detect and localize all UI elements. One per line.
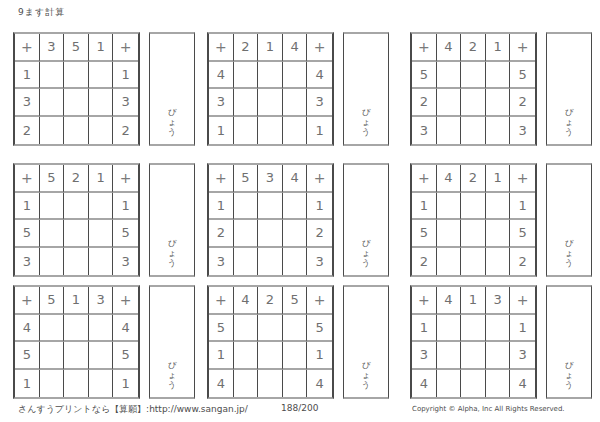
- answer-cell[interactable]: [461, 193, 486, 221]
- answer-cell[interactable]: [437, 89, 462, 117]
- operator-cell: +: [113, 287, 138, 315]
- left-addend-cell: 4: [412, 370, 437, 398]
- time-record-box[interactable]: びょう: [546, 32, 592, 146]
- drill-block-9: +413+113344びょう: [410, 285, 592, 399]
- answer-cell[interactable]: [258, 342, 283, 370]
- answer-cell[interactable]: [64, 62, 89, 90]
- top-addend-cell: 1: [486, 34, 511, 62]
- time-record-box[interactable]: びょう: [343, 285, 389, 399]
- timer-label-char: び: [362, 238, 371, 248]
- timer-label-char: ょ: [168, 370, 177, 380]
- timer-label-char: う: [168, 127, 177, 137]
- timer-label-char: ょ: [565, 370, 574, 380]
- time-record-box[interactable]: びょう: [149, 285, 195, 399]
- top-addend-cell: 3: [258, 165, 283, 193]
- left-addend-cell: 3: [15, 89, 40, 117]
- answer-cell[interactable]: [234, 62, 259, 90]
- drill-grid: +534+112233: [207, 163, 334, 277]
- answer-cell[interactable]: [40, 342, 65, 370]
- answer-cell[interactable]: [283, 89, 308, 117]
- top-addend-cell: 1: [461, 287, 486, 315]
- answer-cell[interactable]: [283, 220, 308, 248]
- left-addend-cell: 5: [15, 342, 40, 370]
- operator-cell: +: [307, 287, 332, 315]
- answer-cell[interactable]: [64, 89, 89, 117]
- answer-cell[interactable]: [461, 315, 486, 343]
- operator-cell: +: [510, 287, 535, 315]
- left-addend-cell: 2: [412, 89, 437, 117]
- left-addend-cell: 2: [209, 220, 234, 248]
- right-addend-cell: 4: [113, 315, 138, 343]
- drill-grid: +351+113322: [13, 32, 140, 146]
- answer-cell[interactable]: [283, 248, 308, 276]
- top-addend-cell: 4: [234, 287, 259, 315]
- answer-cell[interactable]: [40, 315, 65, 343]
- drill-block-1: +351+113322びょう: [13, 32, 195, 146]
- drill-grid: +521+115533: [13, 163, 140, 277]
- answer-cell[interactable]: [64, 370, 89, 398]
- answer-cell[interactable]: [486, 117, 511, 145]
- right-addend-cell: 5: [510, 220, 535, 248]
- drill-grid: +513+445511: [13, 285, 140, 399]
- answer-cell[interactable]: [486, 89, 511, 117]
- answer-cell[interactable]: [234, 370, 259, 398]
- left-addend-cell: 5: [412, 62, 437, 90]
- timer-label-char: う: [362, 258, 371, 268]
- right-addend-cell: 5: [510, 62, 535, 90]
- time-record-box[interactable]: びょう: [149, 32, 195, 146]
- operator-cell: +: [15, 34, 40, 62]
- answer-cell[interactable]: [89, 370, 114, 398]
- left-addend-cell: 1: [209, 117, 234, 145]
- operator-cell: +: [113, 165, 138, 193]
- time-record-box[interactable]: びょう: [546, 285, 592, 399]
- time-record-box[interactable]: びょう: [546, 163, 592, 277]
- right-addend-cell: 2: [113, 117, 138, 145]
- operator-cell: +: [15, 287, 40, 315]
- answer-cell[interactable]: [486, 62, 511, 90]
- answer-cell[interactable]: [283, 370, 308, 398]
- footer-page-number: 188/200: [281, 403, 318, 413]
- top-addend-cell: 2: [461, 165, 486, 193]
- answer-cell[interactable]: [283, 342, 308, 370]
- answer-cell[interactable]: [89, 248, 114, 276]
- answer-cell[interactable]: [89, 220, 114, 248]
- top-addend-cell: 2: [64, 165, 89, 193]
- answer-cell[interactable]: [461, 248, 486, 276]
- right-addend-cell: 5: [307, 315, 332, 343]
- answer-cell[interactable]: [283, 193, 308, 221]
- answer-cell[interactable]: [234, 117, 259, 145]
- operator-cell: +: [307, 34, 332, 62]
- footer-copyright: Copyright © Alpha, Inc All Rights Reserv…: [412, 405, 565, 413]
- answer-cell[interactable]: [486, 370, 511, 398]
- drill-grid: +214+443311: [207, 32, 334, 146]
- top-addend-cell: 5: [40, 287, 65, 315]
- answer-cell[interactable]: [89, 315, 114, 343]
- answer-cell[interactable]: [40, 220, 65, 248]
- left-addend-cell: 5: [15, 220, 40, 248]
- answer-cell[interactable]: [40, 370, 65, 398]
- timer-label-char: び: [168, 360, 177, 370]
- answer-cell[interactable]: [40, 248, 65, 276]
- operator-cell: +: [412, 34, 437, 62]
- timer-label-char: ょ: [362, 248, 371, 258]
- answer-cell[interactable]: [64, 220, 89, 248]
- top-addend-cell: 4: [283, 34, 308, 62]
- answer-cell[interactable]: [461, 370, 486, 398]
- timer-label-char: う: [565, 380, 574, 390]
- drill-block-8: +425+551144びょう: [207, 285, 389, 399]
- answer-cell[interactable]: [89, 62, 114, 90]
- drill-block-5: +534+112233びょう: [207, 163, 389, 277]
- top-addend-cell: 1: [258, 34, 283, 62]
- top-addend-cell: 4: [283, 165, 308, 193]
- right-addend-cell: 4: [307, 62, 332, 90]
- answer-cell[interactable]: [258, 248, 283, 276]
- right-addend-cell: 1: [307, 342, 332, 370]
- timer-label-char: び: [565, 360, 574, 370]
- right-addend-cell: 2: [510, 248, 535, 276]
- timer-label-char: う: [362, 127, 371, 137]
- right-addend-cell: 3: [113, 248, 138, 276]
- answer-cell[interactable]: [89, 89, 114, 117]
- answer-cell[interactable]: [461, 89, 486, 117]
- timer-label-char: ょ: [362, 370, 371, 380]
- right-addend-cell: 2: [307, 220, 332, 248]
- drill-block-6: +421+115522びょう: [410, 163, 592, 277]
- operator-cell: +: [307, 165, 332, 193]
- answer-cell[interactable]: [486, 220, 511, 248]
- right-addend-cell: 3: [307, 248, 332, 276]
- right-addend-cell: 5: [113, 220, 138, 248]
- left-addend-cell: 4: [209, 62, 234, 90]
- timer-label-char: び: [362, 107, 371, 117]
- left-addend-cell: 1: [412, 315, 437, 343]
- answer-cell[interactable]: [89, 342, 114, 370]
- left-addend-cell: 4: [15, 315, 40, 343]
- right-addend-cell: 1: [510, 193, 535, 221]
- answer-cell[interactable]: [64, 342, 89, 370]
- left-addend-cell: 1: [209, 193, 234, 221]
- left-addend-cell: 1: [15, 193, 40, 221]
- timer-label-char: ょ: [168, 117, 177, 127]
- top-addend-cell: 5: [40, 165, 65, 193]
- answer-cell[interactable]: [437, 62, 462, 90]
- drill-grid: +425+551144: [207, 285, 334, 399]
- right-addend-cell: 5: [113, 342, 138, 370]
- operator-cell: +: [412, 287, 437, 315]
- answer-cell[interactable]: [64, 117, 89, 145]
- left-addend-cell: 5: [209, 315, 234, 343]
- answer-cell[interactable]: [437, 220, 462, 248]
- answer-cell[interactable]: [437, 248, 462, 276]
- right-addend-cell: 3: [510, 117, 535, 145]
- left-addend-cell: 1: [15, 62, 40, 90]
- answer-cell[interactable]: [40, 117, 65, 145]
- right-addend-cell: 1: [113, 370, 138, 398]
- left-addend-cell: 4: [209, 370, 234, 398]
- top-addend-cell: 4: [437, 165, 462, 193]
- answer-cell[interactable]: [461, 342, 486, 370]
- time-record-box[interactable]: びょう: [149, 163, 195, 277]
- drill-block-2: +214+443311びょう: [207, 32, 389, 146]
- left-addend-cell: 1: [412, 193, 437, 221]
- drill-grid: +421+115522: [410, 163, 537, 277]
- top-addend-cell: 1: [486, 165, 511, 193]
- answer-cell[interactable]: [64, 315, 89, 343]
- answer-cell[interactable]: [486, 342, 511, 370]
- blocks-area: +351+113322びょう+214+443311びょう+421+552233び…: [0, 0, 600, 422]
- operator-cell: +: [15, 165, 40, 193]
- footer-source-link[interactable]: さんすうプリントなら【算願】:http://www.sangan.jp/: [18, 403, 248, 416]
- right-addend-cell: 1: [307, 117, 332, 145]
- top-addend-cell: 5: [283, 287, 308, 315]
- drill-block-7: +513+445511びょう: [13, 285, 195, 399]
- time-record-box[interactable]: びょう: [343, 32, 389, 146]
- operator-cell: +: [209, 287, 234, 315]
- drill-block-3: +421+552233びょう: [410, 32, 592, 146]
- answer-cell[interactable]: [234, 248, 259, 276]
- top-addend-cell: 5: [234, 165, 259, 193]
- right-addend-cell: 1: [113, 62, 138, 90]
- top-addend-cell: 1: [64, 287, 89, 315]
- right-addend-cell: 1: [510, 315, 535, 343]
- answer-cell[interactable]: [437, 342, 462, 370]
- answer-cell[interactable]: [258, 62, 283, 90]
- top-addend-cell: 1: [89, 34, 114, 62]
- timer-label-char: う: [168, 258, 177, 268]
- top-addend-cell: 4: [437, 287, 462, 315]
- top-addend-cell: 2: [258, 287, 283, 315]
- operator-cell: +: [412, 165, 437, 193]
- timer-label-char: う: [362, 380, 371, 390]
- left-addend-cell: 3: [15, 248, 40, 276]
- top-addend-cell: 3: [89, 287, 114, 315]
- right-addend-cell: 3: [113, 89, 138, 117]
- worksheet-page: 9ます計算 +351+113322びょう+214+443311びょう+421+5…: [0, 0, 600, 422]
- answer-cell[interactable]: [40, 193, 65, 221]
- operator-cell: +: [510, 34, 535, 62]
- answer-cell[interactable]: [234, 315, 259, 343]
- operator-cell: +: [510, 165, 535, 193]
- drill-grid: +421+552233: [410, 32, 537, 146]
- answer-cell[interactable]: [461, 62, 486, 90]
- right-addend-cell: 4: [510, 370, 535, 398]
- answer-cell[interactable]: [64, 193, 89, 221]
- answer-cell[interactable]: [437, 370, 462, 398]
- top-addend-cell: 2: [234, 34, 259, 62]
- operator-cell: +: [209, 165, 234, 193]
- top-addend-cell: 3: [40, 34, 65, 62]
- timer-label-char: ょ: [168, 248, 177, 258]
- left-addend-cell: 2: [15, 117, 40, 145]
- answer-cell[interactable]: [40, 89, 65, 117]
- right-addend-cell: 3: [510, 342, 535, 370]
- timer-label-char: う: [565, 127, 574, 137]
- right-addend-cell: 3: [307, 89, 332, 117]
- timer-label-char: び: [168, 107, 177, 117]
- top-addend-cell: 4: [437, 34, 462, 62]
- answer-cell[interactable]: [437, 315, 462, 343]
- left-addend-cell: 3: [209, 89, 234, 117]
- drill-grid: +413+113344: [410, 285, 537, 399]
- right-addend-cell: 1: [113, 193, 138, 221]
- answer-cell[interactable]: [258, 117, 283, 145]
- answer-cell[interactable]: [486, 193, 511, 221]
- answer-cell[interactable]: [89, 117, 114, 145]
- timer-label-char: う: [168, 380, 177, 390]
- answer-cell[interactable]: [234, 220, 259, 248]
- top-addend-cell: 1: [89, 165, 114, 193]
- timer-label-char: び: [565, 107, 574, 117]
- answer-cell[interactable]: [258, 315, 283, 343]
- left-addend-cell: 3: [412, 117, 437, 145]
- right-addend-cell: 1: [307, 193, 332, 221]
- top-addend-cell: 2: [461, 34, 486, 62]
- answer-cell[interactable]: [437, 193, 462, 221]
- answer-cell[interactable]: [234, 89, 259, 117]
- operator-cell: +: [209, 34, 234, 62]
- top-addend-cell: 3: [486, 287, 511, 315]
- left-addend-cell: 3: [412, 342, 437, 370]
- answer-cell[interactable]: [258, 193, 283, 221]
- answer-cell[interactable]: [258, 220, 283, 248]
- right-addend-cell: 4: [307, 370, 332, 398]
- answer-cell[interactable]: [283, 117, 308, 145]
- timer-label-char: び: [565, 238, 574, 248]
- left-addend-cell: 5: [412, 220, 437, 248]
- timer-label-char: び: [168, 238, 177, 248]
- timer-label-char: ょ: [565, 117, 574, 127]
- left-addend-cell: 3: [209, 248, 234, 276]
- timer-label-char: ょ: [565, 248, 574, 258]
- timer-label-char: び: [362, 360, 371, 370]
- answer-cell[interactable]: [40, 62, 65, 90]
- left-addend-cell: 1: [209, 342, 234, 370]
- answer-cell[interactable]: [486, 248, 511, 276]
- left-addend-cell: 1: [15, 370, 40, 398]
- timer-label-char: う: [565, 258, 574, 268]
- time-record-box[interactable]: びょう: [343, 163, 389, 277]
- answer-cell[interactable]: [437, 117, 462, 145]
- drill-block-4: +521+115533びょう: [13, 163, 195, 277]
- left-addend-cell: 2: [412, 248, 437, 276]
- answer-cell[interactable]: [258, 89, 283, 117]
- answer-cell[interactable]: [89, 193, 114, 221]
- answer-cell[interactable]: [461, 220, 486, 248]
- answer-cell[interactable]: [234, 342, 259, 370]
- operator-cell: +: [113, 34, 138, 62]
- answer-cell[interactable]: [283, 315, 308, 343]
- answer-cell[interactable]: [486, 315, 511, 343]
- right-addend-cell: 2: [510, 89, 535, 117]
- answer-cell[interactable]: [234, 193, 259, 221]
- answer-cell[interactable]: [283, 62, 308, 90]
- answer-cell[interactable]: [258, 370, 283, 398]
- answer-cell[interactable]: [64, 248, 89, 276]
- top-addend-cell: 5: [64, 34, 89, 62]
- timer-label-char: ょ: [362, 117, 371, 127]
- answer-cell[interactable]: [461, 117, 486, 145]
